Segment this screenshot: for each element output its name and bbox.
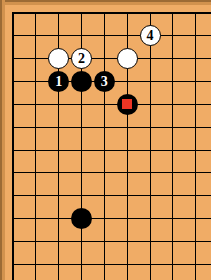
black-stone-F15	[117, 94, 138, 115]
board-point-C17	[47, 47, 70, 70]
black-stone-E16-move-3: 3	[94, 71, 115, 92]
move-number-label: 1	[55, 74, 62, 88]
board-point-D16	[70, 70, 93, 93]
white-stone-C17	[48, 48, 69, 69]
go-board: 2413	[0, 0, 211, 280]
black-stone-D10	[71, 208, 92, 229]
white-stone-D17-move-2: 2	[71, 48, 92, 69]
white-stone-F17	[117, 48, 138, 69]
board-point-C16: 1	[47, 70, 70, 93]
white-stone-G18-move-4: 4	[140, 25, 161, 46]
black-stone-C16-move-1: 1	[48, 71, 69, 92]
move-number-label: 3	[101, 74, 108, 88]
board-point-D10	[70, 207, 93, 230]
black-stone-D16	[71, 71, 92, 92]
red-square-marker	[122, 99, 132, 109]
board-point-F15	[116, 93, 139, 116]
board-point-D17: 2	[70, 47, 93, 70]
board-point-G18: 4	[139, 24, 162, 47]
board-point-F17	[116, 47, 139, 70]
board-point-E16: 3	[93, 70, 116, 93]
move-number-label: 2	[78, 51, 85, 65]
move-number-label: 4	[147, 28, 154, 42]
stones-layer: 2413	[2, 2, 208, 276]
